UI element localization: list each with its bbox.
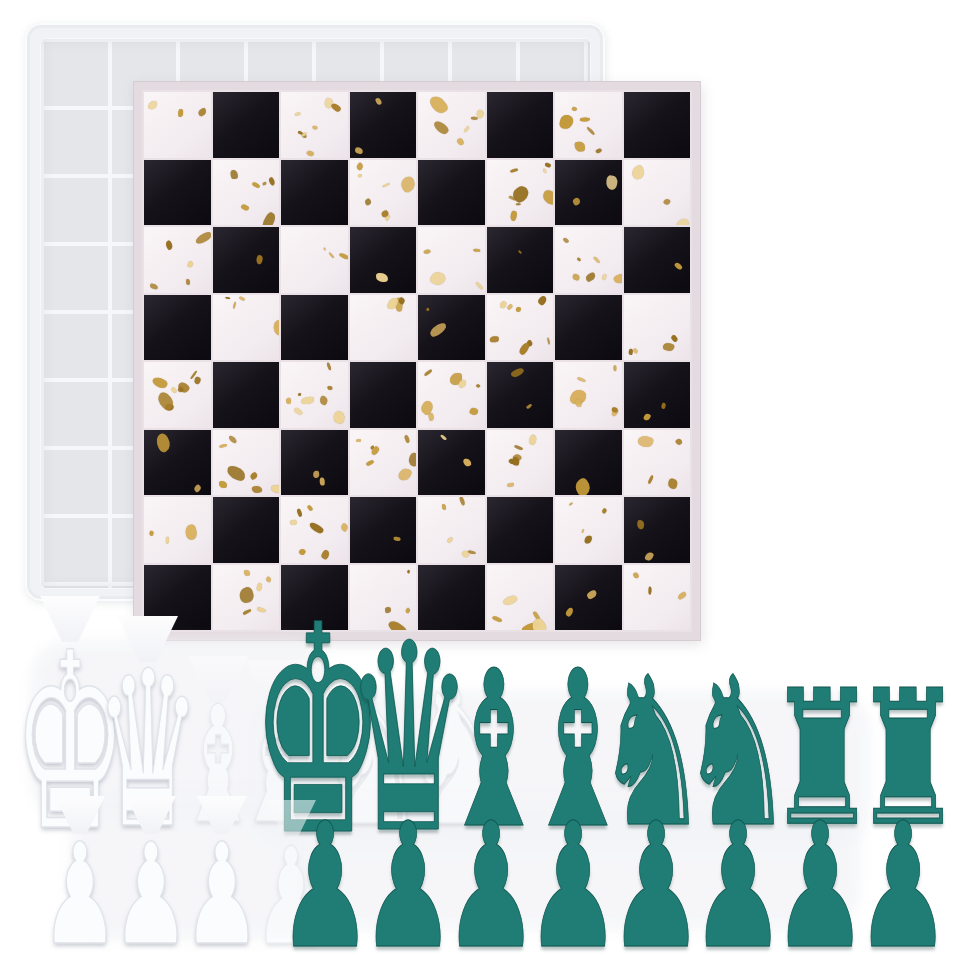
product-photo: ♚♛♝♝♞♞♚♛♝♝♞♞♜♜♟♟♟♟♟♟♟♟♟♟♟♟: [0, 0, 956, 956]
piece-display: ♚♛♝♝♞♞♚♛♝♝♞♞♜♜♟♟♟♟♟♟♟♟♟♟♟♟: [0, 0, 956, 956]
